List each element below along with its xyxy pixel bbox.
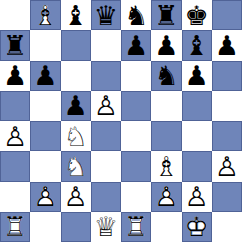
black-pawn[interactable]: ♟ xyxy=(30,61,60,91)
square-e7[interactable]: ♟ xyxy=(121,30,151,60)
piece-glyph: ♟ xyxy=(215,32,239,59)
square-e1[interactable]: ♜♖ xyxy=(121,212,151,242)
square-g3[interactable] xyxy=(182,151,212,181)
square-h7[interactable]: ♟ xyxy=(212,30,242,60)
piece-glyph: ♟ xyxy=(185,62,209,89)
white-pawn[interactable]: ♟♙ xyxy=(0,121,30,151)
white-king[interactable]: ♚♔ xyxy=(182,212,212,242)
black-pawn[interactable]: ♟ xyxy=(151,30,181,60)
piece-outline-layer: ♖ xyxy=(3,213,27,240)
square-g2[interactable]: ♟♙ xyxy=(182,182,212,212)
black-pawn[interactable]: ♟ xyxy=(212,30,242,60)
square-a3[interactable] xyxy=(0,151,30,181)
square-a8[interactable] xyxy=(0,0,30,30)
square-f5[interactable] xyxy=(151,91,181,121)
square-e8[interactable]: ♞ xyxy=(121,0,151,30)
square-g1[interactable]: ♚♔ xyxy=(182,212,212,242)
square-g5[interactable] xyxy=(182,91,212,121)
square-h3[interactable]: ♟♙ xyxy=(212,151,242,181)
white-queen[interactable]: ♛♕ xyxy=(91,212,121,242)
black-queen[interactable]: ♛ xyxy=(91,0,121,30)
white-pawn[interactable]: ♟♙ xyxy=(212,151,242,181)
square-f6[interactable]: ♞ xyxy=(151,61,181,91)
square-c8[interactable]: ♝ xyxy=(61,0,91,30)
square-d3[interactable] xyxy=(91,151,121,181)
black-bishop[interactable]: ♝ xyxy=(182,30,212,60)
piece-glyph: ♟ xyxy=(33,62,57,89)
white-pawn[interactable]: ♟♙ xyxy=(182,182,212,212)
piece-glyph: ♞ xyxy=(124,2,148,29)
square-f4[interactable] xyxy=(151,121,181,151)
piece-outline-layer: ♘ xyxy=(64,123,88,150)
piece-glyph: ♜ xyxy=(3,32,27,59)
piece-outline-layer: ♔ xyxy=(185,213,209,240)
square-c6[interactable] xyxy=(61,61,91,91)
square-d5[interactable]: ♟♙ xyxy=(91,91,121,121)
square-c7[interactable] xyxy=(61,30,91,60)
square-g7[interactable]: ♝ xyxy=(182,30,212,60)
piece-glyph: ♟ xyxy=(64,92,88,119)
square-b7[interactable] xyxy=(30,30,60,60)
square-a2[interactable] xyxy=(0,182,30,212)
square-d1[interactable]: ♛♕ xyxy=(91,212,121,242)
square-a4[interactable]: ♟♙ xyxy=(0,121,30,151)
square-c5[interactable]: ♟ xyxy=(61,91,91,121)
square-c2[interactable]: ♟♙ xyxy=(61,182,91,212)
white-knight[interactable]: ♞♘ xyxy=(61,151,91,181)
square-d8[interactable]: ♛ xyxy=(91,0,121,30)
square-g8[interactable]: ♚ xyxy=(182,0,212,30)
square-d4[interactable] xyxy=(91,121,121,151)
square-a1[interactable]: ♜♖ xyxy=(0,212,30,242)
square-e3[interactable] xyxy=(121,151,151,181)
white-pawn[interactable]: ♟♙ xyxy=(61,182,91,212)
square-b3[interactable] xyxy=(30,151,60,181)
piece-glyph: ♟ xyxy=(3,62,27,89)
black-knight[interactable]: ♞ xyxy=(121,0,151,30)
black-bishop[interactable]: ♝ xyxy=(61,0,91,30)
square-d7[interactable] xyxy=(91,30,121,60)
square-b2[interactable]: ♟♙ xyxy=(30,182,60,212)
white-pawn[interactable]: ♟♙ xyxy=(91,91,121,121)
square-a5[interactable] xyxy=(0,91,30,121)
square-g4[interactable] xyxy=(182,121,212,151)
white-pawn[interactable]: ♟♙ xyxy=(30,182,60,212)
square-h6[interactable] xyxy=(212,61,242,91)
square-h4[interactable] xyxy=(212,121,242,151)
square-d6[interactable] xyxy=(91,61,121,91)
piece-outline-layer: ♙ xyxy=(154,183,178,210)
piece-outline-layer: ♙ xyxy=(64,183,88,210)
square-e6[interactable] xyxy=(121,61,151,91)
square-b1[interactable] xyxy=(30,212,60,242)
square-f8[interactable]: ♜ xyxy=(151,0,181,30)
square-e5[interactable] xyxy=(121,91,151,121)
square-f2[interactable]: ♟♙ xyxy=(151,182,181,212)
white-pawn[interactable]: ♟♙ xyxy=(151,182,181,212)
white-rook[interactable]: ♜♖ xyxy=(121,212,151,242)
piece-glyph: ♟ xyxy=(154,32,178,59)
piece-outline-layer: ♗ xyxy=(33,2,57,29)
piece-glyph: ♝ xyxy=(64,2,88,29)
white-bishop[interactable]: ♝♗ xyxy=(30,0,60,30)
piece-glyph: ♞ xyxy=(154,62,178,89)
white-bishop[interactable]: ♝♗ xyxy=(151,151,181,181)
piece-glyph: ♚ xyxy=(185,2,209,29)
white-knight[interactable]: ♞♘ xyxy=(61,121,91,151)
square-a7[interactable]: ♜ xyxy=(0,30,30,60)
square-h5[interactable] xyxy=(212,91,242,121)
square-c1[interactable] xyxy=(61,212,91,242)
black-rook[interactable]: ♜ xyxy=(151,0,181,30)
black-rook[interactable]: ♜ xyxy=(0,30,30,60)
square-h8[interactable] xyxy=(212,0,242,30)
white-rook[interactable]: ♜♖ xyxy=(0,212,30,242)
square-d2[interactable] xyxy=(91,182,121,212)
piece-glyph: ♟ xyxy=(124,32,148,59)
piece-outline-layer: ♙ xyxy=(94,92,118,119)
piece-outline-layer: ♖ xyxy=(124,213,148,240)
black-pawn[interactable]: ♟ xyxy=(121,30,151,60)
square-b6[interactable]: ♟ xyxy=(30,61,60,91)
square-e4[interactable] xyxy=(121,121,151,151)
piece-outline-layer: ♕ xyxy=(94,213,118,240)
square-b8[interactable]: ♝♗ xyxy=(30,0,60,30)
square-f7[interactable]: ♟ xyxy=(151,30,181,60)
square-h1[interactable] xyxy=(212,212,242,242)
piece-outline-layer: ♙ xyxy=(33,183,57,210)
square-a6[interactable]: ♟ xyxy=(0,61,30,91)
piece-glyph: ♛ xyxy=(94,2,118,29)
piece-outline-layer: ♙ xyxy=(185,183,209,210)
square-b4[interactable] xyxy=(30,121,60,151)
square-e2[interactable] xyxy=(121,182,151,212)
square-c3[interactable]: ♞♘ xyxy=(61,151,91,181)
square-g6[interactable]: ♟ xyxy=(182,61,212,91)
black-pawn[interactable]: ♟ xyxy=(61,91,91,121)
piece-outline-layer: ♙ xyxy=(215,153,239,180)
square-c4[interactable]: ♞♘ xyxy=(61,121,91,151)
square-f3[interactable]: ♝♗ xyxy=(151,151,181,181)
black-pawn[interactable]: ♟ xyxy=(0,61,30,91)
square-f1[interactable] xyxy=(151,212,181,242)
piece-glyph: ♜ xyxy=(154,2,178,29)
black-king[interactable]: ♚ xyxy=(182,0,212,30)
square-b5[interactable] xyxy=(30,91,60,121)
black-knight[interactable]: ♞ xyxy=(151,61,181,91)
piece-outline-layer: ♙ xyxy=(3,123,27,150)
piece-outline-layer: ♗ xyxy=(154,153,178,180)
black-pawn[interactable]: ♟ xyxy=(182,61,212,91)
piece-glyph: ♝ xyxy=(185,32,209,59)
piece-outline-layer: ♘ xyxy=(64,153,88,180)
square-h2[interactable] xyxy=(212,182,242,212)
chess-board: ♝♗♝♛♞♜♚♜♟♟♝♟♟♟♞♟♟♟♙♟♙♞♘♞♘♝♗♟♙♟♙♟♙♟♙♟♙♜♖♛… xyxy=(0,0,242,242)
